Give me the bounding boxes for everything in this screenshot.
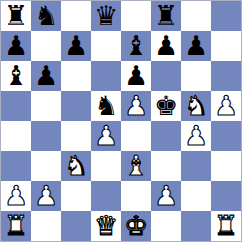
piece-black-rook[interactable]: ♜ — [154, 1, 178, 31]
square-e2[interactable] — [121, 181, 151, 211]
square-g8[interactable] — [181, 1, 211, 31]
square-g7[interactable]: ♟ — [181, 31, 211, 61]
square-h1[interactable]: ♜ — [211, 211, 241, 241]
piece-white-pawn[interactable]: ♟ — [184, 121, 208, 151]
piece-white-pawn[interactable]: ♟ — [124, 91, 148, 121]
piece-black-pawn[interactable]: ♟ — [64, 31, 88, 61]
square-c2[interactable] — [61, 181, 91, 211]
square-d4[interactable]: ♟ — [91, 121, 121, 151]
piece-white-king[interactable]: ♚ — [124, 211, 148, 241]
square-f4[interactable] — [151, 121, 181, 151]
piece-black-pawn[interactable]: ♟ — [34, 61, 58, 91]
square-g6[interactable] — [181, 61, 211, 91]
square-d2[interactable] — [91, 181, 121, 211]
piece-white-queen[interactable]: ♛ — [94, 211, 118, 241]
square-c3[interactable]: ♞ — [61, 151, 91, 181]
square-a2[interactable]: ♟ — [1, 181, 31, 211]
square-b2[interactable]: ♟ — [31, 181, 61, 211]
square-c6[interactable] — [61, 61, 91, 91]
piece-black-bishop[interactable]: ♝ — [124, 31, 148, 61]
square-b1[interactable] — [31, 211, 61, 241]
piece-white-bishop[interactable]: ♝ — [124, 151, 148, 181]
square-e5[interactable]: ♟ — [121, 91, 151, 121]
square-a5[interactable] — [1, 91, 31, 121]
square-a7[interactable]: ♟ — [1, 31, 31, 61]
piece-black-bishop[interactable]: ♝ — [4, 61, 28, 91]
square-f7[interactable]: ♟ — [151, 31, 181, 61]
square-h4[interactable] — [211, 121, 241, 151]
chess-board: ♜♞♛♜♟♟♝♟♟♝♟♟♞♟♚♞♟♟♟♞♝♟♟♟♜♛♚♜ — [1, 1, 241, 241]
square-f6[interactable] — [151, 61, 181, 91]
piece-black-knight[interactable]: ♞ — [94, 91, 118, 121]
piece-white-knight[interactable]: ♞ — [64, 151, 88, 181]
square-h2[interactable] — [211, 181, 241, 211]
square-d1[interactable]: ♛ — [91, 211, 121, 241]
square-b3[interactable] — [31, 151, 61, 181]
square-b8[interactable]: ♞ — [31, 1, 61, 31]
square-b6[interactable]: ♟ — [31, 61, 61, 91]
piece-black-knight[interactable]: ♞ — [34, 1, 58, 31]
square-h3[interactable] — [211, 151, 241, 181]
piece-black-pawn[interactable]: ♟ — [154, 31, 178, 61]
square-g4[interactable]: ♟ — [181, 121, 211, 151]
square-h5[interactable]: ♟ — [211, 91, 241, 121]
square-h8[interactable] — [211, 1, 241, 31]
piece-white-rook[interactable]: ♜ — [214, 211, 238, 241]
square-e8[interactable] — [121, 1, 151, 31]
square-e7[interactable]: ♝ — [121, 31, 151, 61]
square-g1[interactable] — [181, 211, 211, 241]
square-c1[interactable] — [61, 211, 91, 241]
square-c7[interactable]: ♟ — [61, 31, 91, 61]
square-a1[interactable]: ♜ — [1, 211, 31, 241]
square-h6[interactable] — [211, 61, 241, 91]
square-g2[interactable] — [181, 181, 211, 211]
square-f2[interactable]: ♟ — [151, 181, 181, 211]
piece-black-pawn[interactable]: ♟ — [4, 31, 28, 61]
piece-white-pawn[interactable]: ♟ — [34, 181, 58, 211]
square-c8[interactable] — [61, 1, 91, 31]
square-b5[interactable] — [31, 91, 61, 121]
piece-white-knight[interactable]: ♞ — [184, 91, 208, 121]
piece-black-king[interactable]: ♚ — [154, 91, 178, 121]
square-e6[interactable]: ♟ — [121, 61, 151, 91]
square-e1[interactable]: ♚ — [121, 211, 151, 241]
square-b7[interactable] — [31, 31, 61, 61]
square-d6[interactable] — [91, 61, 121, 91]
square-g3[interactable] — [181, 151, 211, 181]
piece-black-queen[interactable]: ♛ — [94, 1, 118, 31]
square-d7[interactable] — [91, 31, 121, 61]
square-f3[interactable] — [151, 151, 181, 181]
square-f8[interactable]: ♜ — [151, 1, 181, 31]
piece-white-rook[interactable]: ♜ — [4, 211, 28, 241]
square-a6[interactable]: ♝ — [1, 61, 31, 91]
square-a4[interactable] — [1, 121, 31, 151]
square-f5[interactable]: ♚ — [151, 91, 181, 121]
square-d8[interactable]: ♛ — [91, 1, 121, 31]
piece-black-pawn[interactable]: ♟ — [184, 31, 208, 61]
square-d3[interactable] — [91, 151, 121, 181]
square-b4[interactable] — [31, 121, 61, 151]
square-g5[interactable]: ♞ — [181, 91, 211, 121]
piece-black-pawn[interactable]: ♟ — [124, 61, 148, 91]
square-e4[interactable] — [121, 121, 151, 151]
square-e3[interactable]: ♝ — [121, 151, 151, 181]
chess-board-frame: ♜♞♛♜♟♟♝♟♟♝♟♟♞♟♚♞♟♟♟♞♝♟♟♟♜♛♚♜ — [0, 0, 242, 242]
piece-white-pawn[interactable]: ♟ — [4, 181, 28, 211]
square-d5[interactable]: ♞ — [91, 91, 121, 121]
square-c5[interactable] — [61, 91, 91, 121]
square-c4[interactable] — [61, 121, 91, 151]
piece-white-pawn[interactable]: ♟ — [154, 181, 178, 211]
piece-white-pawn[interactable]: ♟ — [214, 91, 238, 121]
piece-white-pawn[interactable]: ♟ — [94, 121, 118, 151]
square-a8[interactable]: ♜ — [1, 1, 31, 31]
square-h7[interactable] — [211, 31, 241, 61]
piece-black-rook[interactable]: ♜ — [4, 1, 28, 31]
square-f1[interactable] — [151, 211, 181, 241]
square-a3[interactable] — [1, 151, 31, 181]
